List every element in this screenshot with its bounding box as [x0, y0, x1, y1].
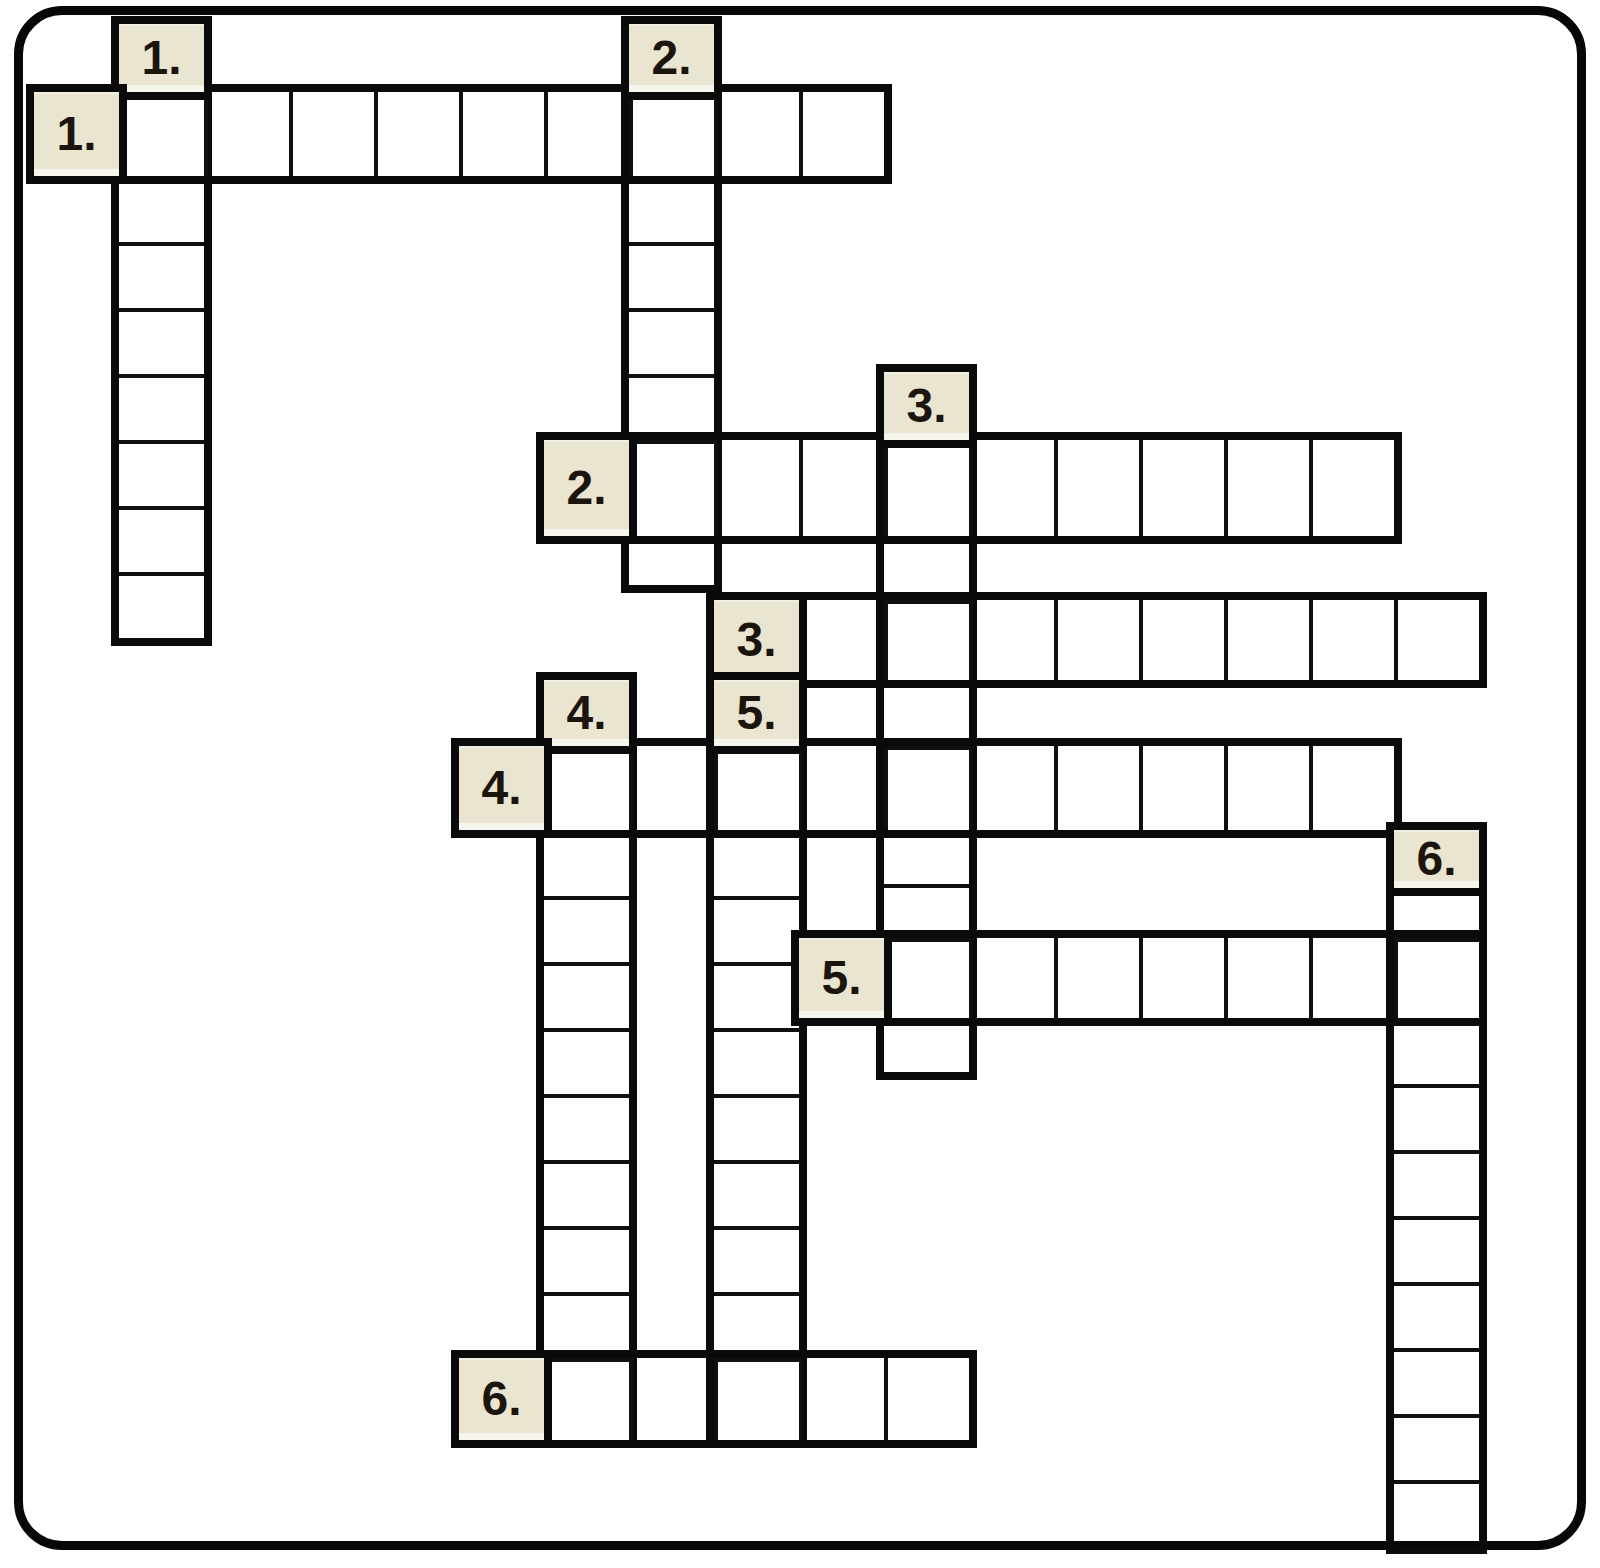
cell-down-6-6[interactable] [1394, 1216, 1479, 1282]
cell-across-5-3[interactable] [1054, 938, 1139, 1018]
cell-down-6-3[interactable] [1394, 1018, 1479, 1084]
cell-across-4-10[interactable] [1309, 746, 1394, 830]
word-across-6 [536, 1350, 977, 1448]
cell-across-4-6[interactable] [969, 746, 1054, 830]
cell-across-1-7[interactable] [629, 92, 714, 176]
cell-down-5-6[interactable] [714, 1094, 799, 1160]
cell-across-6-3[interactable] [714, 1358, 799, 1440]
cell-across-1-1[interactable] [119, 92, 204, 176]
cell-across-3-6[interactable] [1224, 600, 1309, 680]
cell-down-1-2[interactable] [119, 176, 204, 242]
clue-label-across-2: 2. [536, 432, 637, 544]
clue-number: 6. [481, 1375, 521, 1423]
cell-across-5-2[interactable] [969, 938, 1054, 1018]
clue-number: 6. [1416, 835, 1456, 883]
cell-down-2-3[interactable] [629, 242, 714, 308]
cell-down-6-9[interactable] [1394, 1414, 1479, 1480]
cell-across-2-2[interactable] [714, 440, 799, 536]
cell-across-3-5[interactable] [1139, 600, 1224, 680]
cell-across-2-9[interactable] [1309, 440, 1394, 536]
cell-across-4-5[interactable] [884, 746, 969, 830]
cell-across-4-3[interactable] [714, 746, 799, 830]
cell-down-1-3[interactable] [119, 242, 204, 308]
clue-label-across-6: 6. [451, 1350, 552, 1448]
clue-number: 4. [481, 764, 521, 812]
cell-down-6-10[interactable] [1394, 1480, 1479, 1546]
cell-down-4-9[interactable] [544, 1292, 629, 1358]
clue-label-down-3: 3. [876, 364, 977, 448]
cell-across-3-4[interactable] [1054, 600, 1139, 680]
cell-down-3-2[interactable] [884, 536, 969, 600]
cell-across-1-6[interactable] [544, 92, 629, 176]
cell-across-3-8[interactable] [1394, 600, 1479, 680]
cell-across-3-2[interactable] [884, 600, 969, 680]
cell-across-5-4[interactable] [1139, 938, 1224, 1018]
cell-down-3-9[interactable] [884, 1018, 969, 1072]
cell-across-2-6[interactable] [1054, 440, 1139, 536]
cell-down-4-8[interactable] [544, 1226, 629, 1292]
word-across-1 [111, 84, 892, 184]
cell-down-5-5[interactable] [714, 1028, 799, 1094]
cell-across-5-5[interactable] [1224, 938, 1309, 1018]
word-across-3 [791, 592, 1487, 688]
cell-across-1-8[interactable] [714, 92, 799, 176]
clue-number: 2. [651, 34, 691, 82]
cell-down-1-6[interactable] [119, 440, 204, 506]
clue-number: 3. [736, 616, 776, 664]
cell-across-1-4[interactable] [374, 92, 459, 176]
cell-down-4-2[interactable] [544, 830, 629, 896]
clue-label-across-5: 5. [791, 930, 892, 1026]
crossword-page: { "game": { "type": "crossword", "descri… [0, 0, 1600, 1568]
clue-number: 3. [906, 382, 946, 430]
clue-label-down-6: 6. [1386, 822, 1487, 896]
clue-number: 5. [736, 689, 776, 737]
cell-across-2-7[interactable] [1139, 440, 1224, 536]
cell-across-3-1[interactable] [799, 600, 884, 680]
word-down-4 [536, 738, 637, 1448]
cell-across-6-4[interactable] [799, 1358, 884, 1440]
cell-down-4-6[interactable] [544, 1094, 629, 1160]
clue-number: 4. [566, 689, 606, 737]
cell-down-5-3[interactable] [714, 896, 799, 962]
word-across-2 [621, 432, 1402, 544]
clue-label-across-4: 4. [451, 738, 552, 838]
cell-across-6-2[interactable] [629, 1358, 714, 1440]
cell-across-6-1[interactable] [544, 1358, 629, 1440]
cell-down-6-4[interactable] [1394, 1084, 1479, 1150]
cell-down-5-4[interactable] [714, 962, 799, 1028]
cell-across-6-5[interactable] [884, 1358, 969, 1440]
cell-across-1-5[interactable] [459, 92, 544, 176]
clue-number: 5. [821, 954, 861, 1002]
cell-down-2-4[interactable] [629, 308, 714, 374]
cell-down-6-8[interactable] [1394, 1348, 1479, 1414]
cell-across-2-3[interactable] [799, 440, 884, 536]
cell-down-5-2[interactable] [714, 830, 799, 896]
cell-down-3-4[interactable] [884, 680, 969, 746]
cell-down-4-4[interactable] [544, 962, 629, 1028]
cell-across-2-1[interactable] [629, 440, 714, 536]
cell-across-2-5[interactable] [969, 440, 1054, 536]
cell-across-4-4[interactable] [799, 746, 884, 830]
cell-down-1-7[interactable] [119, 506, 204, 572]
cell-down-4-7[interactable] [544, 1160, 629, 1226]
cell-across-4-9[interactable] [1224, 746, 1309, 830]
clue-label-across-1: 1. [26, 84, 127, 184]
cell-down-5-9[interactable] [714, 1292, 799, 1358]
word-down-5 [706, 738, 807, 1448]
clue-label-down-2: 2. [621, 16, 722, 100]
clue-number: 2. [566, 464, 606, 512]
cell-across-3-7[interactable] [1309, 600, 1394, 680]
cell-across-4-1[interactable] [544, 746, 629, 830]
cell-across-5-7[interactable] [1394, 938, 1479, 1018]
cell-across-5-1[interactable] [884, 938, 969, 1018]
cell-down-2-5[interactable] [629, 374, 714, 440]
cell-across-2-4[interactable] [884, 440, 969, 536]
cell-down-4-3[interactable] [544, 896, 629, 962]
cell-down-1-5[interactable] [119, 374, 204, 440]
cell-across-4-8[interactable] [1139, 746, 1224, 830]
cell-across-2-8[interactable] [1224, 440, 1309, 536]
cell-across-4-7[interactable] [1054, 746, 1139, 830]
crossword-board: 1.2.1.3.2.3.4.5.4.6.5.6. [0, 0, 1600, 1568]
cell-down-5-8[interactable] [714, 1226, 799, 1292]
cell-across-4-2[interactable] [629, 746, 714, 830]
clue-number: 1. [141, 34, 181, 82]
cell-down-4-5[interactable] [544, 1028, 629, 1094]
cell-across-1-9[interactable] [799, 92, 884, 176]
cell-down-6-7[interactable] [1394, 1282, 1479, 1348]
cell-across-1-2[interactable] [204, 92, 289, 176]
clue-number: 1. [56, 110, 96, 158]
cell-down-3-6[interactable] [884, 830, 969, 884]
cell-down-6-5[interactable] [1394, 1150, 1479, 1216]
cell-across-1-3[interactable] [289, 92, 374, 176]
cell-across-5-6[interactable] [1309, 938, 1394, 1018]
cell-down-2-2[interactable] [629, 176, 714, 242]
clue-label-down-5: 5. [706, 672, 807, 754]
cell-down-5-7[interactable] [714, 1160, 799, 1226]
cell-down-1-8[interactable] [119, 572, 204, 638]
cell-across-3-3[interactable] [969, 600, 1054, 680]
cell-down-1-4[interactable] [119, 308, 204, 374]
word-across-5 [876, 930, 1487, 1026]
word-across-4 [536, 738, 1402, 838]
